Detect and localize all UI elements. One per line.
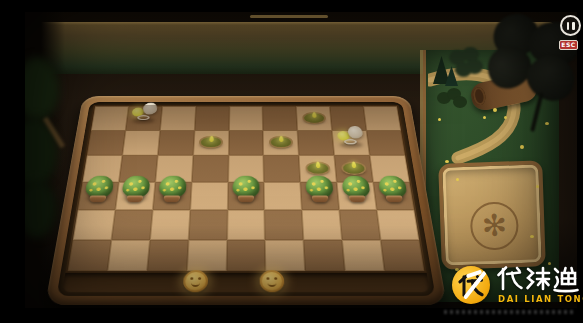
bud-sprout [209,136,213,142]
board-square[interactable] [111,210,152,240]
board-square[interactable] [330,106,367,130]
bush-foliage [377,176,407,198]
piece-gold-coin-piece[interactable] [260,270,285,292]
board-square[interactable] [363,106,401,130]
watermark-logo-char: 代 [452,266,453,267]
flower-dot [530,235,534,238]
flower-dot [456,178,459,181]
board-square[interactable] [73,210,115,240]
board-square[interactable] [373,182,414,210]
board-square[interactable] [342,240,385,271]
board-square[interactable] [115,182,155,210]
pause-icon [572,22,575,30]
lamp-cotton-top [347,126,363,138]
board-square[interactable] [381,240,425,271]
board-square[interactable] [87,130,126,155]
bush-pot [348,196,365,203]
bush-foliage [341,176,370,198]
game-board [45,96,447,305]
flower-dot [445,160,449,163]
board-square[interactable] [228,130,263,155]
board-square[interactable] [337,182,377,210]
board-square[interactable] [298,130,335,155]
board-square[interactable] [191,155,228,182]
board-square[interactable] [158,130,195,155]
bud-sprout [312,112,317,118]
bud-sprout [315,161,320,167]
watermark-subtitle: DAI LIAN TONG [498,294,578,304]
board-grid [65,105,426,273]
flower-dot [520,145,524,149]
board-square[interactable] [187,240,227,271]
side-tray: ✻ [438,160,546,270]
flower-dot [438,118,441,121]
board-square[interactable] [147,240,188,271]
board-square[interactable] [296,106,332,130]
board-square[interactable] [332,130,370,155]
flower-dot [536,185,539,188]
board-square[interactable] [227,182,264,210]
bush-pot [238,196,254,203]
board-square[interactable] [188,210,227,240]
board-square[interactable] [150,210,190,240]
board-square[interactable] [125,106,162,130]
bush-pot [127,196,144,203]
flower-medallion-icon: ✻ [470,201,520,251]
board-square[interactable] [226,240,266,271]
bush-pot [164,196,181,203]
board-square[interactable] [122,130,160,155]
board-square[interactable] [107,240,150,271]
game-frame: ✻ ESC 代 [0,0,583,323]
bush-pot [385,196,402,203]
watermark-title-text: 代练通 [438,258,439,259]
board-square[interactable] [377,210,419,240]
board-square[interactable] [304,240,345,271]
board-square[interactable] [160,106,196,130]
board-square[interactable] [194,106,229,130]
bush-foliage [305,176,333,198]
lamp-base-ring [137,115,150,120]
bush-foliage [122,176,151,198]
lamp-base-ring [343,139,356,144]
board-square[interactable] [367,130,406,155]
board-square[interactable] [227,210,265,240]
bush-pot [312,196,329,203]
watermark-fineprint-blur [444,310,574,314]
bush-pot [89,196,106,203]
clover-bush-icon [437,92,467,112]
pause-button[interactable] [560,15,581,36]
bush-foliage [159,176,187,198]
board-square[interactable] [229,106,263,130]
watermark: 代 代练通 DAI LIAN TONG [438,258,578,318]
board-square[interactable] [264,182,302,210]
board-square[interactable] [263,106,298,130]
board-square[interactable] [265,240,305,271]
board-square[interactable] [302,210,342,240]
piece-gold-coin-piece[interactable] [183,270,208,292]
board-square[interactable] [78,182,119,210]
board-square[interactable] [301,182,340,210]
esc-shortcut-badge: ESC [559,40,578,50]
pause-icon [567,22,570,30]
watermark-logo-badge: 代 [452,266,490,304]
bud-sprout [351,161,356,167]
bush-foliage [232,176,259,198]
board-bottom-tray [62,273,430,292]
board-square[interactable] [264,155,301,182]
lamp-cotton-top [143,102,158,114]
board-square[interactable] [263,130,299,155]
board-square[interactable] [68,240,112,271]
bush-foliage [85,176,115,198]
clover-stem [530,92,544,132]
board-square[interactable] [339,210,380,240]
board-square[interactable] [265,210,304,240]
board-square[interactable] [190,182,228,210]
watermark-title [496,264,580,294]
board-square[interactable] [91,106,129,130]
bud-sprout [279,136,283,142]
mural-gold-trim [250,15,328,18]
board-square[interactable] [193,130,229,155]
board-square[interactable] [153,182,192,210]
